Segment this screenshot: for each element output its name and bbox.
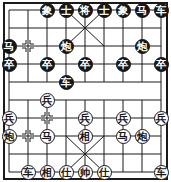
board-intersection: 兵 [38, 91, 57, 109]
board-intersection: 卒 [114, 55, 133, 73]
red-advisor[interactable]: 仕 [59, 165, 74, 180]
black-cannon[interactable]: 炮 [135, 39, 150, 54]
red-soldier[interactable]: 兵 [116, 111, 131, 126]
red-soldier[interactable]: 兵 [2, 111, 17, 126]
board-intersection: 马 [0, 37, 19, 55]
board-intersection: 象 [114, 1, 133, 19]
board-intersection: 象 [38, 1, 57, 19]
black-horse[interactable]: 马 [135, 3, 150, 18]
board-intersection: 士 [57, 1, 76, 19]
board-intersection: 兵 [152, 109, 171, 127]
board-intersection: 仕 [95, 163, 114, 181]
board-intersection: 将 [76, 1, 95, 19]
board-intersection: 兵 [76, 109, 95, 127]
red-soldier[interactable]: 兵 [154, 111, 169, 126]
board-intersection: 卒 [76, 55, 95, 73]
red-chariot[interactable]: 车 [21, 165, 36, 180]
board-intersection: 仕 [57, 163, 76, 181]
board-intersection: 马 [114, 127, 133, 145]
black-elephant[interactable]: 象 [40, 3, 55, 18]
black-soldier[interactable]: 卒 [40, 57, 55, 72]
xiangqi-board: 象士将士象马车马炮炮卒卒卒卒卒车兵兵兵兵兵炮马相马炮车相仕帅仕车 [0, 0, 171, 182]
board-intersection: 马 [38, 127, 57, 145]
red-advisor[interactable]: 仕 [97, 165, 112, 180]
black-soldier[interactable]: 卒 [78, 57, 93, 72]
red-elephant[interactable]: 相 [40, 165, 55, 180]
board-intersection: 兵 [114, 109, 133, 127]
black-advisor[interactable]: 士 [59, 3, 74, 18]
black-advisor[interactable]: 士 [97, 3, 112, 18]
board-intersection: 帅 [76, 163, 95, 181]
board-intersection: 炮 [0, 127, 19, 145]
black-soldier[interactable]: 卒 [116, 57, 131, 72]
board-intersection: 卒 [38, 55, 57, 73]
red-cannon[interactable]: 炮 [135, 129, 150, 144]
red-elephant[interactable]: 相 [78, 129, 93, 144]
board-intersection: 炮 [133, 37, 152, 55]
black-general[interactable]: 将 [78, 3, 93, 18]
red-horse[interactable]: 马 [116, 129, 131, 144]
black-horse[interactable]: 马 [2, 39, 17, 54]
board-intersection: 卒 [152, 55, 171, 73]
board-intersection: 相 [76, 127, 95, 145]
board-intersection: 士 [95, 1, 114, 19]
black-soldier[interactable]: 卒 [154, 57, 169, 72]
board-intersection: 卒 [0, 55, 19, 73]
red-general[interactable]: 帅 [78, 165, 93, 180]
board-intersection: 车 [152, 163, 171, 181]
black-cannon[interactable]: 炮 [59, 39, 74, 54]
board-intersection: 车 [19, 163, 38, 181]
red-soldier[interactable]: 兵 [78, 111, 93, 126]
black-elephant[interactable]: 象 [116, 3, 131, 18]
board-intersection: 车 [152, 1, 171, 19]
board-intersection: 炮 [133, 127, 152, 145]
red-soldier[interactable]: 兵 [40, 93, 55, 108]
red-horse[interactable]: 马 [40, 129, 55, 144]
board-intersection: 车 [57, 73, 76, 91]
board-intersection: 马 [133, 1, 152, 19]
black-soldier[interactable]: 卒 [2, 57, 17, 72]
black-chariot[interactable]: 车 [59, 75, 74, 90]
board-intersection: 兵 [0, 109, 19, 127]
board-intersection: 相 [38, 163, 57, 181]
black-chariot[interactable]: 车 [154, 3, 169, 18]
red-chariot[interactable]: 车 [154, 165, 169, 180]
board-intersection: 炮 [57, 37, 76, 55]
red-cannon[interactable]: 炮 [2, 129, 17, 144]
piece-layer: 象士将士象马车马炮炮卒卒卒卒卒车兵兵兵兵兵炮马相马炮车相仕帅仕车 [0, 1, 171, 181]
